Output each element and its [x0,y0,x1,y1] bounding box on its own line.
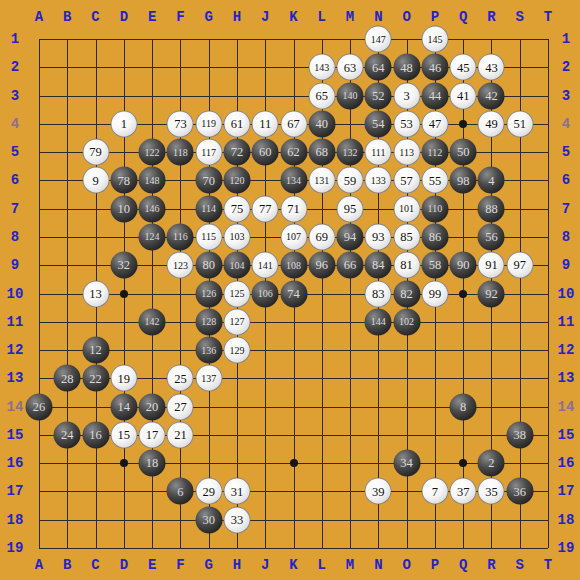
move-number: 24 [61,429,74,442]
column-label-bottom-N: N [374,557,382,573]
black-stone-J5[interactable]: 60 [252,139,279,166]
move-number: 22 [89,372,102,385]
move-number: 106 [258,289,273,299]
row-label-left-17: 17 [7,483,24,499]
white-stone-K8[interactable]: 107 [280,223,307,250]
move-number: 69 [316,231,329,244]
row-label-right-4: 4 [562,116,570,132]
black-stone-N9[interactable]: 84 [365,252,392,279]
column-label-bottom-B: B [63,557,71,573]
move-number: 90 [457,259,470,272]
column-label-top-M: M [346,9,354,25]
white-stone-F14[interactable]: 27 [167,393,194,420]
move-number: 13 [89,287,102,300]
star-point-Q10 [459,290,467,298]
black-stone-K10[interactable]: 74 [280,280,307,307]
move-number: 4 [488,174,494,187]
move-number: 52 [372,89,385,102]
column-label-top-E: E [148,9,156,25]
move-number: 30 [202,513,215,526]
go-board-diagram: AABBCCDDEEFFGGHHJJKKLLMMNNOOPPQQRRSSTT11… [0,0,580,580]
black-stone-E8[interactable]: 124 [139,223,166,250]
black-stone-C15[interactable]: 16 [82,421,109,448]
white-stone-O5[interactable]: 113 [393,139,420,166]
black-stone-E7[interactable]: 146 [139,195,166,222]
black-stone-G10[interactable]: 126 [195,280,222,307]
black-stone-M9[interactable]: 66 [337,252,364,279]
black-stone-G12[interactable]: 136 [195,337,222,364]
black-stone-S15[interactable]: 38 [506,421,533,448]
white-stone-L3[interactable]: 65 [308,82,335,109]
row-label-right-6: 6 [562,172,570,188]
row-label-right-9: 9 [562,257,570,273]
black-stone-O2[interactable]: 48 [393,54,420,81]
move-number: 49 [485,118,498,131]
white-stone-H12[interactable]: 129 [223,337,250,364]
black-stone-C12[interactable]: 12 [82,337,109,364]
move-number: 146 [145,204,160,214]
move-number: 115 [201,232,216,242]
column-label-bottom-K: K [289,557,297,573]
white-stone-E15[interactable]: 17 [139,421,166,448]
move-number: 148 [145,175,160,185]
column-label-bottom-L: L [318,557,326,573]
column-label-bottom-G: G [204,557,212,573]
black-stone-D14[interactable]: 14 [110,393,137,420]
black-stone-R6[interactable]: 4 [478,167,505,194]
column-label-bottom-A: A [35,557,43,573]
move-number: 41 [457,89,470,102]
move-number: 46 [429,61,442,74]
black-stone-E5[interactable]: 122 [139,139,166,166]
column-label-top-L: L [318,9,326,25]
white-stone-F15[interactable]: 21 [167,421,194,448]
move-number: 84 [372,259,385,272]
white-stone-S4[interactable]: 51 [506,110,533,137]
grid-line-horizontal [39,322,548,323]
white-stone-O9[interactable]: 81 [393,252,420,279]
row-label-left-3: 3 [11,88,19,104]
row-label-right-14: 14 [558,399,575,415]
move-number: 19 [118,372,131,385]
white-stone-N8[interactable]: 93 [365,223,392,250]
black-stone-F17[interactable]: 6 [167,478,194,505]
move-number: 3 [403,89,409,102]
white-stone-H4[interactable]: 61 [223,110,250,137]
move-number: 12 [89,344,102,357]
white-stone-K7[interactable]: 71 [280,195,307,222]
move-number: 54 [372,118,385,131]
move-number: 43 [485,61,498,74]
white-stone-R9[interactable]: 91 [478,252,505,279]
black-stone-P5[interactable]: 112 [421,139,448,166]
white-stone-Q3[interactable]: 41 [450,82,477,109]
black-stone-R3[interactable]: 42 [478,82,505,109]
column-label-bottom-S: S [516,557,524,573]
move-number: 26 [33,400,46,413]
white-stone-O6[interactable]: 57 [393,167,420,194]
move-number: 36 [513,485,526,498]
column-label-top-O: O [402,9,410,25]
move-number: 32 [118,259,131,272]
black-stone-F8[interactable]: 116 [167,223,194,250]
column-label-top-H: H [233,9,241,25]
white-stone-Q17[interactable]: 37 [450,478,477,505]
move-number: 9 [92,174,98,187]
row-label-left-14: 14 [7,399,24,415]
black-stone-N11[interactable]: 144 [365,308,392,335]
white-stone-P17[interactable]: 7 [421,478,448,505]
move-number: 11 [259,118,271,131]
move-number: 111 [371,147,385,157]
white-stone-L6[interactable]: 131 [308,167,335,194]
row-label-left-6: 6 [11,172,19,188]
white-stone-G5[interactable]: 117 [195,139,222,166]
black-stone-G6[interactable]: 70 [195,167,222,194]
move-number: 122 [145,147,160,157]
move-number: 119 [201,119,216,129]
move-number: 17 [146,429,159,442]
white-stone-Q2[interactable]: 45 [450,54,477,81]
move-number: 97 [513,259,526,272]
move-number: 94 [344,231,357,244]
black-stone-P8[interactable]: 86 [421,223,448,250]
white-stone-F13[interactable]: 25 [167,365,194,392]
black-stone-O11[interactable]: 102 [393,308,420,335]
move-number: 42 [485,89,498,102]
move-number: 83 [372,287,385,300]
white-stone-M6[interactable]: 59 [337,167,364,194]
move-number: 142 [145,317,160,327]
move-number: 103 [229,232,244,242]
move-number: 91 [485,259,498,272]
move-number: 57 [400,174,413,187]
row-label-left-11: 11 [7,314,24,330]
move-number: 16 [89,429,102,442]
black-stone-N4[interactable]: 54 [365,110,392,137]
star-point-D10 [120,290,128,298]
move-number: 8 [460,400,466,413]
white-stone-G13[interactable]: 137 [195,365,222,392]
move-number: 65 [316,89,329,102]
column-label-bottom-Q: Q [459,557,467,573]
move-number: 108 [286,260,301,270]
move-number: 118 [173,147,188,157]
grid-line-horizontal [39,548,548,549]
white-stone-K4[interactable]: 67 [280,110,307,137]
black-stone-M3[interactable]: 140 [337,82,364,109]
black-stone-S17[interactable]: 36 [506,478,533,505]
column-label-top-F: F [176,9,184,25]
black-stone-L5[interactable]: 68 [308,139,335,166]
white-stone-J9[interactable]: 141 [252,252,279,279]
white-stone-C10[interactable]: 13 [82,280,109,307]
move-number: 131 [314,175,329,185]
move-number: 31 [231,485,244,498]
move-number: 61 [231,118,244,131]
black-stone-R8[interactable]: 56 [478,223,505,250]
star-point-K16 [290,459,298,467]
black-stone-P9[interactable]: 58 [421,252,448,279]
black-stone-Q6[interactable]: 98 [450,167,477,194]
black-stone-O16[interactable]: 34 [393,450,420,477]
move-number: 98 [457,174,470,187]
white-stone-R17[interactable]: 35 [478,478,505,505]
black-stone-E6[interactable]: 148 [139,167,166,194]
black-stone-G18[interactable]: 30 [195,506,222,533]
move-number: 68 [316,146,329,159]
move-number: 44 [429,89,442,102]
black-stone-A14[interactable]: 26 [26,393,53,420]
move-number: 80 [202,259,215,272]
move-number: 1 [121,118,127,131]
column-label-bottom-P: P [431,557,439,573]
black-stone-E11[interactable]: 142 [139,308,166,335]
white-stone-O7[interactable]: 101 [393,195,420,222]
move-number: 78 [118,174,131,187]
column-label-bottom-H: H [233,557,241,573]
white-stone-N1[interactable]: 147 [365,26,392,53]
black-stone-D7[interactable]: 10 [110,195,137,222]
row-label-left-15: 15 [7,427,24,443]
column-label-top-Q: Q [459,9,467,25]
white-stone-P6[interactable]: 55 [421,167,448,194]
white-stone-O8[interactable]: 85 [393,223,420,250]
grid-line-vertical [350,39,351,548]
move-number: 141 [258,260,273,270]
black-stone-N2[interactable]: 64 [365,54,392,81]
white-stone-P4[interactable]: 47 [421,110,448,137]
row-label-left-8: 8 [11,229,19,245]
white-stone-J4[interactable]: 11 [252,110,279,137]
white-stone-M2[interactable]: 63 [337,54,364,81]
move-number: 34 [400,457,413,470]
black-stone-C13[interactable]: 22 [82,365,109,392]
white-stone-P10[interactable]: 99 [421,280,448,307]
move-number: 114 [201,204,216,214]
black-stone-P7[interactable]: 110 [421,195,448,222]
black-stone-M5[interactable]: 132 [337,139,364,166]
column-label-top-C: C [91,9,99,25]
column-label-bottom-T: T [544,557,552,573]
row-label-left-7: 7 [11,201,19,217]
row-label-right-11: 11 [558,314,575,330]
row-label-left-12: 12 [7,342,24,358]
black-stone-H5[interactable]: 72 [223,139,250,166]
row-label-right-18: 18 [558,512,575,528]
move-number: 145 [427,34,442,44]
white-stone-N5[interactable]: 111 [365,139,392,166]
white-stone-C5[interactable]: 79 [82,139,109,166]
black-stone-D9[interactable]: 32 [110,252,137,279]
column-label-bottom-F: F [176,557,184,573]
white-stone-H18[interactable]: 33 [223,506,250,533]
white-stone-H11[interactable]: 127 [223,308,250,335]
move-number: 25 [174,372,187,385]
black-stone-N3[interactable]: 52 [365,82,392,109]
column-label-top-N: N [374,9,382,25]
black-stone-M8[interactable]: 94 [337,223,364,250]
move-number: 126 [201,289,216,299]
white-stone-G17[interactable]: 29 [195,478,222,505]
move-number: 51 [513,118,526,131]
white-stone-G4[interactable]: 119 [195,110,222,137]
move-number: 88 [485,202,498,215]
black-stone-G7[interactable]: 114 [195,195,222,222]
move-number: 93 [372,231,385,244]
row-label-left-1: 1 [11,31,19,47]
move-number: 127 [229,317,244,327]
white-stone-H7[interactable]: 75 [223,195,250,222]
move-number: 74 [287,287,300,300]
move-number: 20 [146,400,159,413]
white-stone-H17[interactable]: 31 [223,478,250,505]
black-stone-G11[interactable]: 128 [195,308,222,335]
black-stone-E16[interactable]: 18 [139,450,166,477]
white-stone-R4[interactable]: 49 [478,110,505,137]
white-stone-R2[interactable]: 43 [478,54,505,81]
white-stone-L2[interactable]: 143 [308,54,335,81]
star-point-Q4 [459,120,467,128]
white-stone-O3[interactable]: 3 [393,82,420,109]
move-number: 7 [432,485,438,498]
column-label-bottom-J: J [261,557,269,573]
black-stone-Q5[interactable]: 50 [450,139,477,166]
black-stone-Q9[interactable]: 90 [450,252,477,279]
black-stone-P2[interactable]: 46 [421,54,448,81]
column-label-top-D: D [120,9,128,25]
row-label-left-4: 4 [11,116,19,132]
row-label-right-7: 7 [562,201,570,217]
grid-line-vertical [548,39,549,548]
move-number: 29 [202,485,215,498]
black-stone-B15[interactable]: 24 [54,421,81,448]
row-label-left-2: 2 [11,59,19,75]
black-stone-R7[interactable]: 88 [478,195,505,222]
move-number: 117 [201,147,216,157]
move-number: 110 [428,204,443,214]
black-stone-R16[interactable]: 2 [478,450,505,477]
white-stone-C6[interactable]: 9 [82,167,109,194]
row-label-left-19: 19 [7,540,24,556]
white-stone-N6[interactable]: 133 [365,167,392,194]
move-number: 37 [457,485,470,498]
white-stone-L8[interactable]: 69 [308,223,335,250]
white-stone-G8[interactable]: 115 [195,223,222,250]
white-stone-N17[interactable]: 39 [365,478,392,505]
star-point-Q16 [459,459,467,467]
black-stone-K9[interactable]: 108 [280,252,307,279]
move-number: 33 [231,513,244,526]
black-stone-D6[interactable]: 78 [110,167,137,194]
move-number: 2 [488,457,494,470]
move-number: 140 [343,91,358,101]
move-number: 143 [314,62,329,72]
move-number: 62 [287,146,300,159]
move-number: 28 [61,372,74,385]
row-label-left-16: 16 [7,455,24,471]
row-label-right-15: 15 [558,427,575,443]
black-stone-E14[interactable]: 20 [139,393,166,420]
white-stone-D4[interactable]: 1 [110,110,137,137]
black-stone-P3[interactable]: 44 [421,82,448,109]
move-number: 136 [201,345,216,355]
move-number: 107 [286,232,301,242]
black-stone-G9[interactable]: 80 [195,252,222,279]
move-number: 56 [485,231,498,244]
black-stone-L4[interactable]: 40 [308,110,335,137]
move-number: 38 [513,429,526,442]
move-number: 137 [201,373,216,383]
move-number: 50 [457,146,470,159]
black-stone-H6[interactable]: 120 [223,167,250,194]
move-number: 86 [429,231,442,244]
move-number: 132 [343,147,358,157]
move-number: 15 [118,429,131,442]
white-stone-F4[interactable]: 73 [167,110,194,137]
white-stone-H8[interactable]: 103 [223,223,250,250]
move-number: 85 [400,231,413,244]
black-stone-H9[interactable]: 104 [223,252,250,279]
move-number: 79 [89,146,102,159]
black-stone-O10[interactable]: 82 [393,280,420,307]
move-number: 14 [118,400,131,413]
white-stone-F9[interactable]: 123 [167,252,194,279]
move-number: 125 [229,289,244,299]
white-stone-P1[interactable]: 145 [421,26,448,53]
row-label-right-2: 2 [562,59,570,75]
move-number: 128 [201,317,216,327]
column-label-bottom-O: O [402,557,410,573]
row-label-right-12: 12 [558,342,575,358]
white-stone-D13[interactable]: 19 [110,365,137,392]
black-stone-F5[interactable]: 118 [167,139,194,166]
black-stone-Q14[interactable]: 8 [450,393,477,420]
black-stone-L9[interactable]: 96 [308,252,335,279]
move-number: 72 [231,146,244,159]
black-stone-K6[interactable]: 134 [280,167,307,194]
row-label-right-5: 5 [562,144,570,160]
white-stone-H10[interactable]: 125 [223,280,250,307]
move-number: 55 [429,174,442,187]
black-stone-B13[interactable]: 28 [54,365,81,392]
white-stone-N10[interactable]: 83 [365,280,392,307]
white-stone-J7[interactable]: 77 [252,195,279,222]
move-number: 134 [286,175,301,185]
row-label-right-17: 17 [558,483,575,499]
move-number: 99 [429,287,442,300]
white-stone-O4[interactable]: 53 [393,110,420,137]
move-number: 53 [400,118,413,131]
move-number: 27 [174,400,187,413]
move-number: 63 [344,61,357,74]
black-stone-J10[interactable]: 106 [252,280,279,307]
row-label-right-8: 8 [562,229,570,245]
white-stone-D15[interactable]: 15 [110,421,137,448]
move-number: 70 [202,174,215,187]
black-stone-K5[interactable]: 62 [280,139,307,166]
white-stone-S9[interactable]: 97 [506,252,533,279]
move-number: 47 [429,118,442,131]
column-label-top-A: A [35,9,43,25]
black-stone-R10[interactable]: 92 [478,280,505,307]
row-label-right-10: 10 [558,286,575,302]
row-label-right-19: 19 [558,540,575,556]
move-number: 96 [316,259,329,272]
white-stone-M7[interactable]: 95 [337,195,364,222]
move-number: 71 [287,202,300,215]
move-number: 35 [485,485,498,498]
